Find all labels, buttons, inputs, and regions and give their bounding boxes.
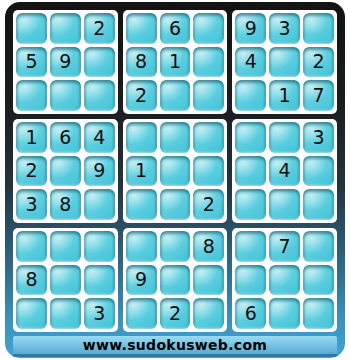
cell-r6c7[interactable] bbox=[235, 189, 266, 220]
cell-r2c8[interactable] bbox=[269, 47, 300, 78]
cell-r6c9[interactable] bbox=[303, 189, 334, 220]
cell-r3c3[interactable] bbox=[84, 80, 115, 111]
cell-r4c8[interactable] bbox=[269, 122, 300, 153]
cell-r5c3[interactable]: 9 bbox=[84, 156, 115, 187]
sudoku-box-1-0: 1642938 bbox=[13, 119, 118, 223]
cell-r9c9[interactable] bbox=[303, 298, 334, 329]
cell-r1c9[interactable] bbox=[303, 13, 334, 44]
sudoku-box-1-2: 34 bbox=[232, 119, 337, 223]
cell-r8c7[interactable] bbox=[235, 265, 266, 296]
cell-r1c1[interactable] bbox=[16, 13, 47, 44]
website-url: www.sudokusweb.com bbox=[83, 337, 267, 353]
cell-r7c6[interactable]: 8 bbox=[193, 231, 224, 262]
cell-r4c7[interactable] bbox=[235, 122, 266, 153]
cell-r6c4[interactable] bbox=[126, 189, 157, 220]
cell-r7c7[interactable] bbox=[235, 231, 266, 262]
cell-r3c8[interactable]: 1 bbox=[269, 80, 300, 111]
cell-r3c4[interactable]: 2 bbox=[126, 80, 157, 111]
cell-r3c6[interactable] bbox=[193, 80, 224, 111]
cell-r4c5[interactable] bbox=[160, 122, 191, 153]
cell-r2c4[interactable]: 8 bbox=[126, 47, 157, 78]
cell-r2c1[interactable]: 5 bbox=[16, 47, 47, 78]
cell-r6c3[interactable] bbox=[84, 189, 115, 220]
sudoku-board-frame: 2596812934217164293812348389276 www.sudo… bbox=[5, 2, 345, 358]
cell-r5c2[interactable] bbox=[50, 156, 81, 187]
cell-r2c2[interactable]: 9 bbox=[50, 47, 81, 78]
cell-r1c4[interactable] bbox=[126, 13, 157, 44]
cell-r8c2[interactable] bbox=[50, 265, 81, 296]
sudoku-box-2-1: 892 bbox=[123, 228, 228, 332]
cell-r1c3[interactable]: 2 bbox=[84, 13, 115, 44]
sudoku-box-2-0: 83 bbox=[13, 228, 118, 332]
cell-r5c1[interactable]: 2 bbox=[16, 156, 47, 187]
cell-r2c5[interactable]: 1 bbox=[160, 47, 191, 78]
cell-r4c9[interactable]: 3 bbox=[303, 122, 334, 153]
cell-r6c1[interactable]: 3 bbox=[16, 189, 47, 220]
cell-r9c4[interactable] bbox=[126, 298, 157, 329]
cell-r1c7[interactable]: 9 bbox=[235, 13, 266, 44]
cell-r7c1[interactable] bbox=[16, 231, 47, 262]
cell-r8c1[interactable]: 8 bbox=[16, 265, 47, 296]
cell-r8c5[interactable] bbox=[160, 265, 191, 296]
cell-r8c9[interactable] bbox=[303, 265, 334, 296]
cell-r2c3[interactable] bbox=[84, 47, 115, 78]
cell-r7c5[interactable] bbox=[160, 231, 191, 262]
cell-r9c3[interactable]: 3 bbox=[84, 298, 115, 329]
cell-r5c4[interactable]: 1 bbox=[126, 156, 157, 187]
cell-r8c6[interactable] bbox=[193, 265, 224, 296]
cell-r9c1[interactable] bbox=[16, 298, 47, 329]
cell-r8c3[interactable] bbox=[84, 265, 115, 296]
sudoku-box-0-2: 934217 bbox=[232, 10, 337, 114]
cell-r3c9[interactable]: 7 bbox=[303, 80, 334, 111]
cell-r7c9[interactable] bbox=[303, 231, 334, 262]
cell-r3c1[interactable] bbox=[16, 80, 47, 111]
cell-r4c3[interactable]: 4 bbox=[84, 122, 115, 153]
cell-r9c8[interactable] bbox=[269, 298, 300, 329]
cell-r5c9[interactable] bbox=[303, 156, 334, 187]
footer-bar: www.sudokusweb.com bbox=[13, 336, 337, 357]
cell-r2c9[interactable]: 2 bbox=[303, 47, 334, 78]
cell-r4c1[interactable]: 1 bbox=[16, 122, 47, 153]
cell-r6c8[interactable] bbox=[269, 189, 300, 220]
cell-r7c8[interactable]: 7 bbox=[269, 231, 300, 262]
cell-r5c8[interactable]: 4 bbox=[269, 156, 300, 187]
sudoku-box-1-1: 12 bbox=[123, 119, 228, 223]
cell-r4c4[interactable] bbox=[126, 122, 157, 153]
cell-r4c2[interactable]: 6 bbox=[50, 122, 81, 153]
cell-r5c7[interactable] bbox=[235, 156, 266, 187]
cell-r7c2[interactable] bbox=[50, 231, 81, 262]
cell-r1c5[interactable]: 6 bbox=[160, 13, 191, 44]
cell-r1c2[interactable] bbox=[50, 13, 81, 44]
cell-r2c7[interactable]: 4 bbox=[235, 47, 266, 78]
cell-r3c7[interactable] bbox=[235, 80, 266, 111]
cell-r2c6[interactable] bbox=[193, 47, 224, 78]
cell-r6c6[interactable]: 2 bbox=[193, 189, 224, 220]
cell-r6c2[interactable]: 8 bbox=[50, 189, 81, 220]
cell-r3c5[interactable] bbox=[160, 80, 191, 111]
cell-r9c7[interactable]: 6 bbox=[235, 298, 266, 329]
cell-r5c5[interactable] bbox=[160, 156, 191, 187]
sudoku-box-2-2: 76 bbox=[232, 228, 337, 332]
cell-r8c8[interactable] bbox=[269, 265, 300, 296]
cell-r9c6[interactable] bbox=[193, 298, 224, 329]
cell-r3c2[interactable] bbox=[50, 80, 81, 111]
cell-r5c6[interactable] bbox=[193, 156, 224, 187]
cell-r7c3[interactable] bbox=[84, 231, 115, 262]
cell-r9c5[interactable]: 2 bbox=[160, 298, 191, 329]
cell-r7c4[interactable] bbox=[126, 231, 157, 262]
sudoku-box-0-0: 259 bbox=[13, 10, 118, 114]
sudoku-box-0-1: 6812 bbox=[123, 10, 228, 114]
cell-r1c6[interactable] bbox=[193, 13, 224, 44]
cell-r8c4[interactable]: 9 bbox=[126, 265, 157, 296]
sudoku-grid: 2596812934217164293812348389276 bbox=[13, 10, 337, 332]
cell-r6c5[interactable] bbox=[160, 189, 191, 220]
cell-r9c2[interactable] bbox=[50, 298, 81, 329]
cell-r1c8[interactable]: 3 bbox=[269, 13, 300, 44]
cell-r4c6[interactable] bbox=[193, 122, 224, 153]
